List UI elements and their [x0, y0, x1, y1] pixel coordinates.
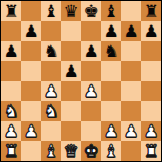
square-h3[interactable]: [141, 101, 161, 121]
square-h7[interactable]: ♟: [141, 21, 161, 41]
square-g2[interactable]: ♟: [121, 121, 141, 141]
square-d7[interactable]: [61, 21, 81, 41]
square-h2[interactable]: ♟: [141, 121, 161, 141]
square-b5[interactable]: [21, 61, 41, 81]
piece-white-rook: ♜: [143, 141, 158, 161]
square-g3[interactable]: [121, 101, 141, 121]
piece-black-queen: ♛: [63, 1, 78, 21]
square-a5[interactable]: [1, 61, 21, 81]
square-c8[interactable]: ♝: [41, 1, 61, 21]
piece-white-pawn: ♟: [43, 81, 58, 101]
piece-black-bishop: ♝: [43, 1, 58, 21]
square-c4[interactable]: ♟: [41, 81, 61, 101]
square-e5[interactable]: [81, 61, 101, 81]
square-b8[interactable]: [21, 1, 41, 21]
square-g1[interactable]: [121, 141, 141, 161]
piece-black-pawn: ♟: [23, 21, 38, 41]
square-f3[interactable]: [101, 101, 121, 121]
square-e7[interactable]: [81, 21, 101, 41]
square-f8[interactable]: ♝: [101, 1, 121, 21]
square-a2[interactable]: ♟: [1, 121, 21, 141]
piece-white-pawn: ♟: [123, 121, 138, 141]
square-d5[interactable]: ♟: [61, 61, 81, 81]
square-d2[interactable]: [61, 121, 81, 141]
square-b1[interactable]: [21, 141, 41, 161]
piece-white-pawn: ♟: [143, 121, 158, 141]
square-h1[interactable]: ♜: [141, 141, 161, 161]
piece-black-pawn: ♟: [3, 41, 18, 61]
square-a4[interactable]: [1, 81, 21, 101]
square-g5[interactable]: [121, 61, 141, 81]
square-e8[interactable]: ♚: [81, 1, 101, 21]
square-h5[interactable]: [141, 61, 161, 81]
piece-white-bishop: ♝: [103, 141, 118, 161]
square-d3[interactable]: [61, 101, 81, 121]
square-h6[interactable]: [141, 41, 161, 61]
square-g7[interactable]: ♟: [121, 21, 141, 41]
square-d1[interactable]: ♛: [61, 141, 81, 161]
piece-white-pawn: ♟: [83, 81, 98, 101]
square-a1[interactable]: ♜: [1, 141, 21, 161]
square-f1[interactable]: ♝: [101, 141, 121, 161]
square-e3[interactable]: [81, 101, 101, 121]
square-g4[interactable]: [121, 81, 141, 101]
square-c6[interactable]: ♞: [41, 41, 61, 61]
piece-white-knight: ♞: [43, 101, 58, 121]
square-c3[interactable]: ♞: [41, 101, 61, 121]
piece-black-bishop: ♝: [103, 1, 118, 21]
square-f5[interactable]: [101, 61, 121, 81]
square-f6[interactable]: ♞: [101, 41, 121, 61]
square-d4[interactable]: [61, 81, 81, 101]
piece-black-rook: ♜: [143, 1, 158, 21]
piece-white-bishop: ♝: [43, 141, 58, 161]
piece-black-pawn: ♟: [63, 61, 78, 81]
piece-black-pawn: ♟: [83, 41, 98, 61]
square-f2[interactable]: ♟: [101, 121, 121, 141]
square-e1[interactable]: ♚: [81, 141, 101, 161]
piece-white-queen: ♛: [63, 141, 78, 161]
piece-black-knight: ♞: [103, 41, 118, 61]
square-g8[interactable]: [121, 1, 141, 21]
piece-black-pawn: ♟: [123, 21, 138, 41]
square-g6[interactable]: [121, 41, 141, 61]
piece-black-knight: ♞: [43, 41, 58, 61]
square-a7[interactable]: [1, 21, 21, 41]
square-d6[interactable]: [61, 41, 81, 61]
square-d8[interactable]: ♛: [61, 1, 81, 21]
square-e4[interactable]: ♟: [81, 81, 101, 101]
piece-white-rook: ♜: [3, 141, 18, 161]
piece-black-king: ♚: [83, 1, 98, 21]
square-b2[interactable]: ♟: [21, 121, 41, 141]
piece-black-rook: ♜: [3, 1, 18, 21]
piece-white-pawn: ♟: [103, 121, 118, 141]
piece-white-pawn: ♟: [23, 121, 38, 141]
square-b7[interactable]: ♟: [21, 21, 41, 41]
square-b4[interactable]: [21, 81, 41, 101]
square-h4[interactable]: [141, 81, 161, 101]
square-e2[interactable]: [81, 121, 101, 141]
square-a6[interactable]: ♟: [1, 41, 21, 61]
piece-black-pawn: ♟: [143, 21, 158, 41]
square-c1[interactable]: ♝: [41, 141, 61, 161]
piece-black-pawn: ♟: [103, 21, 118, 41]
square-h8[interactable]: ♜: [141, 1, 161, 21]
piece-white-pawn: ♟: [3, 121, 18, 141]
square-a3[interactable]: ♞: [1, 101, 21, 121]
square-c2[interactable]: [41, 121, 61, 141]
square-f4[interactable]: [101, 81, 121, 101]
square-f7[interactable]: ♟: [101, 21, 121, 41]
square-b3[interactable]: [21, 101, 41, 121]
chess-board: ♜♝♛♚♝♜♟♟♟♟♟♞♟♞♟♟♟♞♞♟♟♟♟♟♜♝♛♚♝♜: [0, 0, 162, 162]
square-c5[interactable]: [41, 61, 61, 81]
square-c7[interactable]: [41, 21, 61, 41]
square-e6[interactable]: ♟: [81, 41, 101, 61]
piece-white-king: ♚: [83, 141, 98, 161]
square-a8[interactable]: ♜: [1, 1, 21, 21]
square-b6[interactable]: [21, 41, 41, 61]
piece-white-knight: ♞: [3, 101, 18, 121]
